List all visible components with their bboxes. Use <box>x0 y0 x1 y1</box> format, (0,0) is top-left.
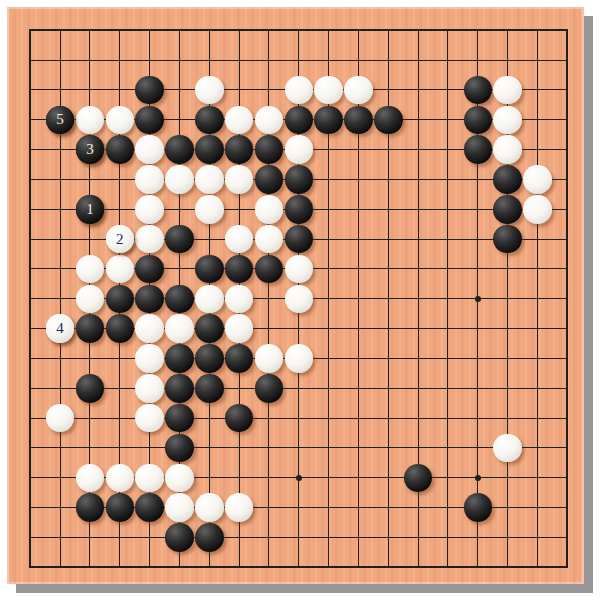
stone-white <box>255 344 284 373</box>
grid-line-vertical <box>29 29 31 568</box>
stone-black <box>165 135 194 164</box>
stone-black <box>135 255 164 284</box>
stone-white <box>165 165 194 194</box>
stone-black <box>285 225 314 254</box>
stone-white <box>285 344 314 373</box>
grid-line-vertical <box>447 29 448 568</box>
stone-white <box>285 76 314 105</box>
stone-black <box>255 374 284 403</box>
stone-black <box>135 106 164 135</box>
stone-black <box>135 76 164 105</box>
stone-black <box>195 374 224 403</box>
stone-black <box>135 285 164 314</box>
stone-white <box>135 135 164 164</box>
stone-white <box>195 195 224 224</box>
stone-black <box>285 106 314 135</box>
stone-white <box>255 195 284 224</box>
stone-black <box>76 374 105 403</box>
stone-white <box>195 165 224 194</box>
stone-black <box>165 374 194 403</box>
stone-black <box>195 255 224 284</box>
grid-line-horizontal <box>29 29 568 31</box>
stone-white <box>76 285 105 314</box>
stone-black <box>106 285 135 314</box>
numbered-stone-white: 4 <box>46 314 75 343</box>
stone-white <box>523 195 552 224</box>
stone-black <box>165 344 194 373</box>
grid-line-vertical <box>566 29 568 568</box>
stone-black <box>374 106 403 135</box>
stone-white <box>195 493 224 522</box>
stone-white <box>523 165 552 194</box>
go-board[interactable]: 12345 <box>7 7 584 584</box>
stone-black <box>76 493 105 522</box>
stone-white <box>493 76 522 105</box>
page: 12345 <box>0 0 600 600</box>
stone-white <box>165 464 194 493</box>
move-number-label: 4 <box>46 314 75 343</box>
stone-black <box>255 255 284 284</box>
stone-white <box>493 434 522 463</box>
stone-white <box>135 464 164 493</box>
stone-black <box>165 404 194 433</box>
move-number-label: 3 <box>76 135 105 164</box>
stone-white <box>195 285 224 314</box>
stone-black <box>106 314 135 343</box>
stone-white <box>225 314 254 343</box>
stone-black <box>493 195 522 224</box>
numbered-stone-white: 2 <box>106 225 135 254</box>
stone-black <box>165 434 194 463</box>
stone-black <box>106 135 135 164</box>
stone-black <box>464 493 493 522</box>
stone-white <box>285 255 314 284</box>
stone-white <box>225 165 254 194</box>
stone-black <box>195 344 224 373</box>
grid-line-vertical <box>537 29 538 568</box>
grid-line-horizontal <box>29 60 568 61</box>
stone-black <box>195 314 224 343</box>
star-point <box>475 296 481 302</box>
stone-white <box>76 464 105 493</box>
stone-black <box>344 106 373 135</box>
stone-white <box>493 106 522 135</box>
stone-white <box>493 135 522 164</box>
stone-black <box>165 523 194 552</box>
stone-black <box>195 135 224 164</box>
grid-line-horizontal <box>29 566 568 568</box>
stone-white <box>46 404 75 433</box>
stone-white <box>344 76 373 105</box>
stone-black <box>285 195 314 224</box>
stone-black <box>225 255 254 284</box>
grid-line-horizontal <box>29 447 568 448</box>
stone-white <box>106 106 135 135</box>
star-point <box>475 475 481 481</box>
stone-black <box>255 135 284 164</box>
stone-white <box>165 493 194 522</box>
stone-white <box>76 255 105 284</box>
stone-black <box>165 225 194 254</box>
stone-black <box>225 404 254 433</box>
stone-black <box>464 76 493 105</box>
stone-black <box>493 165 522 194</box>
numbered-stone-black: 1 <box>76 195 105 224</box>
stone-black <box>165 285 194 314</box>
stone-black <box>493 225 522 254</box>
stone-white <box>135 225 164 254</box>
stone-white <box>225 106 254 135</box>
stone-black <box>404 464 433 493</box>
stone-white <box>135 195 164 224</box>
stone-black <box>464 135 493 164</box>
stone-white <box>135 165 164 194</box>
star-point <box>296 475 302 481</box>
stone-white <box>165 314 194 343</box>
stone-black <box>285 165 314 194</box>
stone-white <box>135 314 164 343</box>
move-number-label: 2 <box>106 225 135 254</box>
move-number-label: 5 <box>46 106 75 135</box>
stone-white <box>255 106 284 135</box>
stone-white <box>135 344 164 373</box>
stone-black <box>225 135 254 164</box>
stone-white <box>135 404 164 433</box>
stone-white <box>285 135 314 164</box>
stone-white <box>135 374 164 403</box>
numbered-stone-black: 3 <box>76 135 105 164</box>
stone-black <box>255 165 284 194</box>
move-number-label: 1 <box>76 195 105 224</box>
stone-white <box>255 225 284 254</box>
stone-black <box>106 493 135 522</box>
stone-black <box>195 106 224 135</box>
stone-black <box>464 106 493 135</box>
grid-line-horizontal <box>29 537 568 538</box>
numbered-stone-black: 5 <box>46 106 75 135</box>
stone-black <box>76 314 105 343</box>
stone-white <box>225 285 254 314</box>
stone-white <box>106 464 135 493</box>
stone-black <box>195 523 224 552</box>
stone-white <box>195 76 224 105</box>
stone-white <box>314 76 343 105</box>
stone-white <box>225 493 254 522</box>
stone-white <box>106 255 135 284</box>
stone-white <box>76 106 105 135</box>
stone-white <box>285 285 314 314</box>
stone-black <box>135 493 164 522</box>
stone-white <box>225 225 254 254</box>
grid-line-horizontal <box>29 418 568 419</box>
grid-line-horizontal <box>29 388 568 389</box>
stone-black <box>314 106 343 135</box>
stone-black <box>225 344 254 373</box>
